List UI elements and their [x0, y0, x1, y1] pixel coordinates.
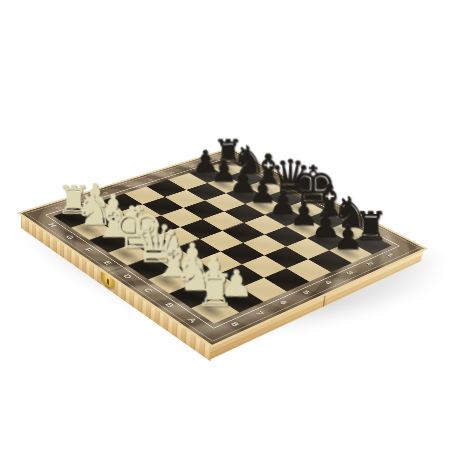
box-half-seam: [323, 293, 326, 307]
square: ♜: [191, 298, 239, 324]
chess-piece-wR: ♜: [193, 267, 231, 314]
board-top-face: ♜♞♝♛♚♝♞♜♟♟♟♟♟♟♟♟♟♟♟♟♟♟♟♟♜♞♝♚♛♝♞♜ HGFEDCB…: [21, 149, 424, 345]
camera-tilt: ♜♞♝♛♚♝♞♜♟♟♟♟♟♟♟♟♟♟♟♟♟♟♟♟♜♞♝♚♛♝♞♜ HGFEDCB…: [0, 0, 450, 450]
perspective-wrapper: ♜♞♝♛♚♝♞♜♟♟♟♟♟♟♟♟♟♟♟♟♟♟♟♟♜♞♝♚♛♝♞♜ HGFEDCB…: [0, 0, 450, 450]
chess-piece-bP: ♟: [331, 219, 364, 255]
chess-board: ♜♞♝♛♚♝♞♜♟♟♟♟♟♟♟♟♟♟♟♟♟♟♟♟♜♞♝♚♛♝♞♜ HGFEDCB…: [21, 149, 424, 345]
product-photo-scene: ♜♞♝♛♚♝♞♜♟♟♟♟♟♟♟♟♟♟♟♟♟♟♟♟♜♞♝♚♛♝♞♜ HGFEDCB…: [0, 0, 450, 450]
playing-area: ♜♞♝♛♚♝♞♜♟♟♟♟♟♟♟♟♟♟♟♟♟♟♟♟♜♞♝♚♛♝♞♜: [53, 160, 391, 323]
